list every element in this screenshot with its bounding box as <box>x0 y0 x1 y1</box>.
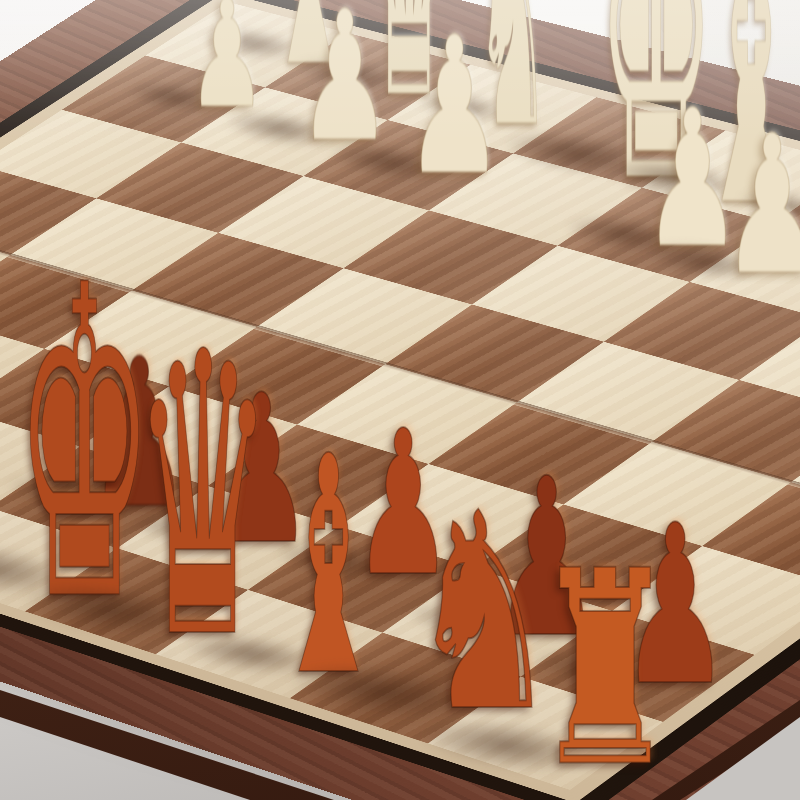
chess-set-photo: ♝♛♞♚♝♟♟♟♟♟♟♚♟♛♟♝♟♞♟♜♟ <box>0 0 800 800</box>
pieces-layer: ♝♛♞♚♝♟♟♟♟♟♟♚♟♛♟♝♟♞♟♜♟ <box>0 0 800 800</box>
